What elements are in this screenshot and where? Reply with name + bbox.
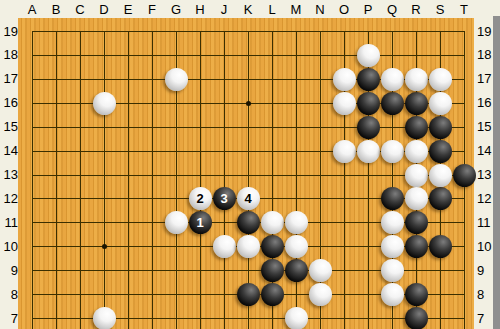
grid-line-vertical — [296, 32, 297, 329]
coordinate-label-top: L — [262, 2, 282, 18]
coordinate-label-top: E — [118, 2, 138, 18]
stone-white[interactable] — [165, 68, 188, 91]
stone-white[interactable] — [381, 68, 404, 91]
coordinate-label-left: 17 — [0, 71, 20, 87]
stone-black[interactable] — [261, 235, 284, 258]
coordinate-label-left: 19 — [0, 24, 20, 40]
coordinate-label-right: 16 — [475, 95, 495, 111]
coordinate-label-right: 7 — [475, 311, 495, 327]
coordinate-label-top: B — [46, 2, 66, 18]
grid-line-horizontal — [32, 127, 465, 128]
coordinate-label-right: 10 — [475, 239, 495, 255]
coordinate-label-top: J — [214, 2, 234, 18]
stone-white[interactable] — [405, 140, 428, 163]
stone-black[interactable] — [261, 283, 284, 306]
stone-black[interactable] — [453, 164, 476, 187]
stone-black[interactable] — [429, 187, 452, 210]
coordinate-label-top: M — [286, 2, 306, 18]
stone-white[interactable] — [285, 235, 308, 258]
coordinate-label-left: 10 — [0, 239, 20, 255]
stone-white[interactable] — [405, 68, 428, 91]
stone-white[interactable] — [285, 307, 308, 329]
stone-white[interactable] — [213, 235, 236, 258]
coordinate-label-top: T — [454, 2, 474, 18]
stone-black[interactable] — [405, 235, 428, 258]
coordinate-label-left: 8 — [0, 287, 20, 303]
coordinate-label-top: K — [238, 2, 258, 18]
stone-black[interactable] — [357, 68, 380, 91]
stone-white[interactable] — [237, 235, 260, 258]
stone-white[interactable] — [333, 92, 356, 115]
coordinate-label-left: 18 — [0, 47, 20, 63]
stone-white[interactable] — [381, 283, 404, 306]
stone-white[interactable] — [333, 68, 356, 91]
coordinate-label-left: 16 — [0, 95, 20, 111]
stone-black[interactable] — [429, 140, 452, 163]
grid-line-vertical — [56, 32, 57, 329]
stone-white[interactable] — [333, 140, 356, 163]
stone-white[interactable] — [429, 68, 452, 91]
stone-black[interactable] — [405, 92, 428, 115]
move-number-label: 4 — [237, 187, 260, 210]
stone-black[interactable]: 1 — [189, 211, 212, 234]
stone-white[interactable] — [429, 92, 452, 115]
stone-black[interactable] — [237, 211, 260, 234]
move-number-label: 1 — [189, 211, 212, 234]
stone-black[interactable] — [429, 116, 452, 139]
coordinate-label-left: 11 — [0, 215, 20, 231]
stone-white[interactable] — [93, 307, 116, 329]
stone-white[interactable] — [381, 235, 404, 258]
coordinate-label-right: 11 — [475, 215, 495, 231]
coordinate-label-left: 9 — [0, 263, 20, 279]
coordinate-label-top: F — [142, 2, 162, 18]
coordinate-label-right: 13 — [475, 167, 495, 183]
stone-black[interactable]: 3 — [213, 187, 236, 210]
coordinate-label-left: 12 — [0, 191, 20, 207]
grid-line-vertical — [80, 32, 81, 329]
stone-white[interactable] — [405, 187, 428, 210]
stone-black[interactable] — [237, 283, 260, 306]
coordinate-label-top: Q — [382, 2, 402, 18]
stone-white[interactable] — [309, 283, 332, 306]
stone-black[interactable] — [357, 92, 380, 115]
grid-line-vertical — [224, 32, 225, 329]
coordinate-label-right: 19 — [475, 24, 495, 40]
stone-black[interactable] — [381, 92, 404, 115]
stone-white[interactable] — [381, 140, 404, 163]
coordinate-label-left: 15 — [0, 119, 20, 135]
coordinate-label-right: 18 — [475, 47, 495, 63]
coordinate-label-right: 12 — [475, 191, 495, 207]
stone-white[interactable] — [429, 164, 452, 187]
stone-white[interactable] — [381, 211, 404, 234]
stone-black[interactable] — [405, 116, 428, 139]
grid-line-horizontal — [32, 175, 465, 176]
stone-white[interactable] — [261, 211, 284, 234]
coordinate-label-right: 8 — [475, 287, 495, 303]
coordinate-label-top: A — [22, 2, 42, 18]
stone-white[interactable] — [405, 164, 428, 187]
stone-black[interactable] — [405, 307, 428, 329]
coordinate-label-right: 9 — [475, 263, 495, 279]
grid-line-vertical — [32, 32, 33, 329]
coordinate-label-top: O — [334, 2, 354, 18]
move-number-label: 2 — [189, 187, 212, 210]
grid-line-vertical — [128, 32, 129, 329]
stone-white[interactable] — [381, 259, 404, 282]
coordinate-label-top: G — [166, 2, 186, 18]
go-board-screen: ABCDEFGHJKLMNOPQRST191918181717161615151… — [0, 0, 500, 329]
stone-white[interactable] — [93, 92, 116, 115]
star-point — [246, 101, 251, 106]
stone-white[interactable]: 2 — [189, 187, 212, 210]
stone-black[interactable] — [381, 187, 404, 210]
stone-black[interactable] — [429, 235, 452, 258]
star-point — [102, 244, 107, 249]
stone-white[interactable] — [357, 140, 380, 163]
move-number-label: 3 — [213, 187, 236, 210]
grid-line-vertical — [104, 32, 105, 329]
grid-line-horizontal — [32, 55, 465, 56]
stone-black[interactable] — [357, 116, 380, 139]
stone-white[interactable] — [357, 44, 380, 67]
stone-white[interactable] — [309, 259, 332, 282]
stone-black[interactable] — [285, 259, 308, 282]
coordinate-label-left: 7 — [0, 311, 20, 327]
stone-white[interactable]: 4 — [237, 187, 260, 210]
coordinate-label-top: R — [406, 2, 426, 18]
grid-line-vertical — [152, 32, 153, 329]
grid-line-vertical — [200, 32, 201, 329]
stone-black[interactable] — [405, 211, 428, 234]
coordinate-label-left: 13 — [0, 167, 20, 183]
coordinate-label-right: 15 — [475, 119, 495, 135]
stone-white[interactable] — [285, 211, 308, 234]
stone-white[interactable] — [165, 211, 188, 234]
coordinate-label-top: S — [430, 2, 450, 18]
coordinate-label-top: N — [310, 2, 330, 18]
coordinate-label-top: C — [70, 2, 90, 18]
stone-black[interactable] — [405, 283, 428, 306]
grid-line-horizontal — [32, 31, 465, 32]
coordinate-label-top: D — [94, 2, 114, 18]
coordinate-label-right: 14 — [475, 143, 495, 159]
stone-black[interactable] — [261, 259, 284, 282]
coordinate-label-top: H — [190, 2, 210, 18]
coordinate-label-left: 14 — [0, 143, 20, 159]
coordinate-label-right: 17 — [475, 71, 495, 87]
coordinate-label-top: P — [358, 2, 378, 18]
